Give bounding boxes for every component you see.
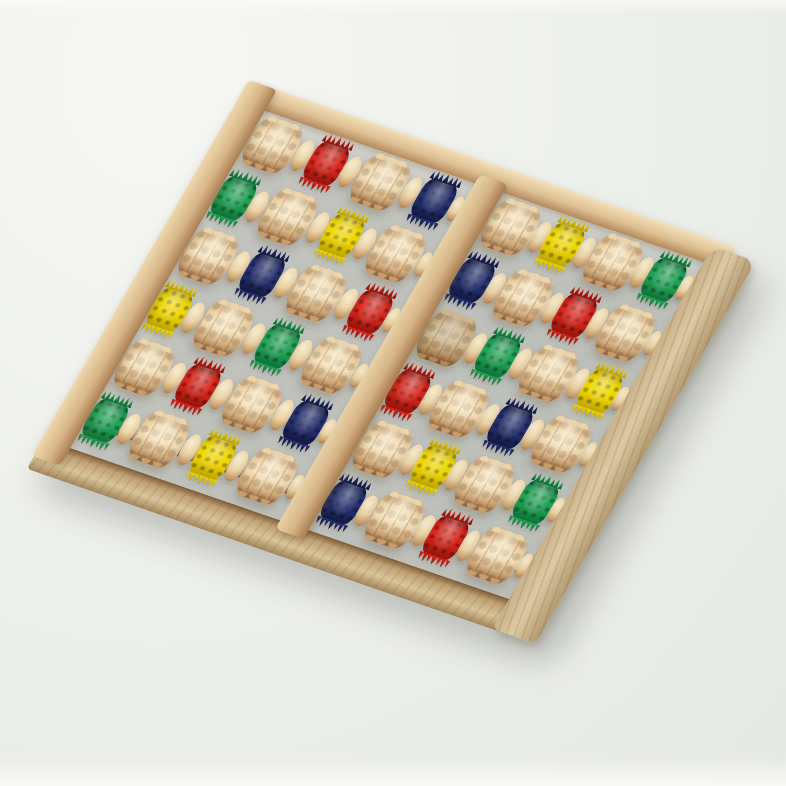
- photo-border-bottom: [0, 756, 786, 786]
- photo-canvas: [0, 0, 786, 786]
- photo-border-top: [0, 0, 786, 14]
